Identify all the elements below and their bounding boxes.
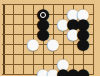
white-stone-glyph: ● [26, 37, 39, 52]
grid-line-h [2, 54, 93, 55]
white-stone-glyph: ● [46, 37, 59, 52]
black-stone-glyph: ● [76, 37, 89, 52]
go-board[interactable]: ●●●●●●●●●●●●●●●●●●● [0, 0, 100, 76]
grid-line-v [13, 4, 14, 75]
grid-line-v [23, 4, 24, 75]
board-edge-line [3, 4, 5, 75]
white-stone[interactable]: ● [28, 39, 39, 50]
black-stone-glyph: ● [76, 67, 89, 77]
white-stone[interactable]: ● [48, 39, 59, 50]
grid-line-v [93, 4, 94, 75]
screenshot-viewport: ●●●●●●●●●●●●●●●●●●● [0, 0, 100, 76]
black-stone[interactable]: ● [78, 39, 89, 50]
black-stone[interactable]: ● [78, 69, 89, 76]
